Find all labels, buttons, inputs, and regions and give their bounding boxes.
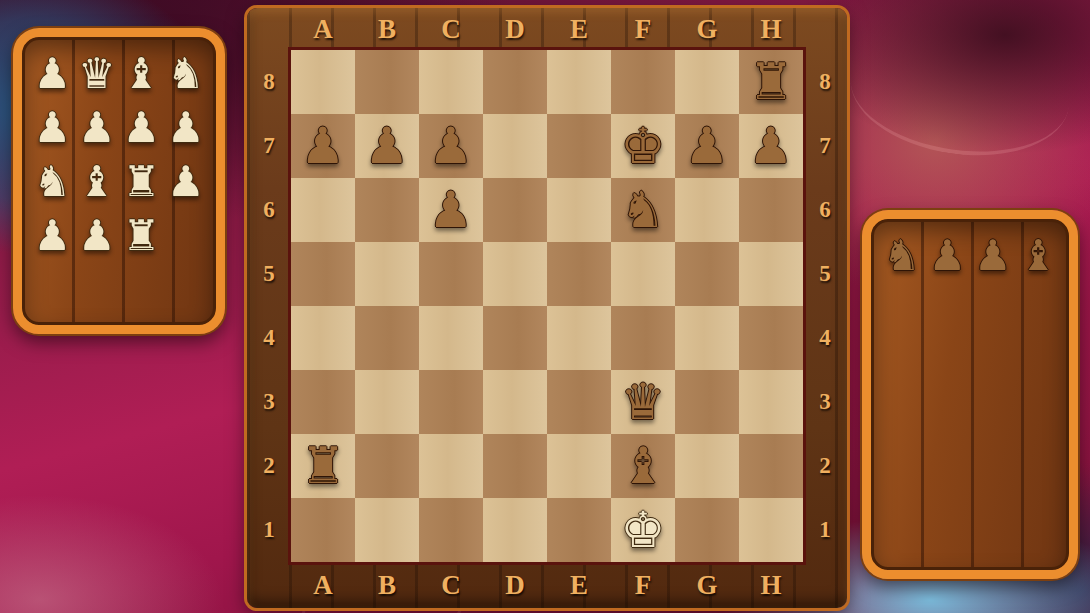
- file-label-a: A: [291, 8, 355, 50]
- black-rook-h8[interactable]: ♜: [749, 57, 794, 107]
- square-h1[interactable]: [739, 498, 803, 562]
- square-h3[interactable]: [739, 370, 803, 434]
- file-label-h: H: [739, 8, 803, 50]
- file-label-f: F: [611, 562, 675, 608]
- square-c3[interactable]: [419, 370, 483, 434]
- captured-white-bishop: ♝: [78, 161, 116, 203]
- captured-cell: ♞: [164, 47, 209, 101]
- captured-cell: ♟: [30, 101, 75, 155]
- square-g8[interactable]: [675, 50, 739, 114]
- black-bishop-f2[interactable]: ♝: [621, 441, 666, 491]
- captured-white-pawn: ♟: [167, 107, 205, 149]
- captured-cell: ♞: [30, 155, 75, 209]
- captured-cell: ♜: [119, 209, 164, 263]
- rank-label-3: 3: [247, 370, 291, 434]
- square-a4[interactable]: [291, 306, 355, 370]
- square-e4[interactable]: [547, 306, 611, 370]
- square-c4[interactable]: [419, 306, 483, 370]
- black-pawn-c6[interactable]: ♟: [429, 185, 474, 235]
- rank-label-3: 3: [803, 370, 847, 434]
- square-e7[interactable]: [547, 114, 611, 178]
- square-h2[interactable]: [739, 434, 803, 498]
- square-c6[interactable]: ♟: [419, 178, 483, 242]
- square-g5[interactable]: [675, 242, 739, 306]
- black-knight-f6[interactable]: ♞: [621, 185, 666, 235]
- square-h7[interactable]: ♟: [739, 114, 803, 178]
- captured-white-pawn: ♟: [78, 215, 116, 257]
- black-pawn-b7[interactable]: ♟: [365, 121, 410, 171]
- captured-white-queen: ♛: [78, 53, 116, 95]
- rank-label-4: 4: [247, 306, 291, 370]
- rank-label-6: 6: [803, 178, 847, 242]
- rank-label-5: 5: [247, 242, 291, 306]
- square-f7[interactable]: ♚: [611, 114, 675, 178]
- square-b1[interactable]: [355, 498, 419, 562]
- square-c1[interactable]: [419, 498, 483, 562]
- rank-label-1: 1: [803, 498, 847, 562]
- rank-label-2: 2: [803, 434, 847, 498]
- black-pawn-a7[interactable]: ♟: [301, 121, 346, 171]
- square-h4[interactable]: [739, 306, 803, 370]
- captured-cell: ♝: [75, 155, 120, 209]
- square-f3[interactable]: ♛: [611, 370, 675, 434]
- file-label-a: A: [291, 562, 355, 608]
- captured-white-pawn: ♟: [33, 53, 71, 95]
- game-screen: ♟♛♝♞♟♟♟♟♞♝♜♟♟♟♜ ABCDEFGH ABCDEFGH 876543…: [0, 0, 1090, 613]
- square-g3[interactable]: [675, 370, 739, 434]
- captured-black-bishop: ♝: [1019, 235, 1057, 277]
- captured-cell: ♟: [119, 101, 164, 155]
- square-a3[interactable]: [291, 370, 355, 434]
- rank-label-1: 1: [247, 498, 291, 562]
- captured-black-pawn: ♟: [974, 235, 1012, 277]
- file-label-h: H: [739, 562, 803, 608]
- square-d8[interactable]: [483, 50, 547, 114]
- square-b3[interactable]: [355, 370, 419, 434]
- square-e2[interactable]: [547, 434, 611, 498]
- rank-label-6: 6: [247, 178, 291, 242]
- square-b6[interactable]: [355, 178, 419, 242]
- captured-black-pawn: ♟: [928, 235, 966, 277]
- square-a8[interactable]: [291, 50, 355, 114]
- captured-white-knight: ♞: [167, 53, 205, 95]
- captured-black-pieces-tray: ♞♟♟♝: [862, 210, 1078, 579]
- captured-cell: ♟: [30, 47, 75, 101]
- square-e1[interactable]: [547, 498, 611, 562]
- rank-label-7: 7: [803, 114, 847, 178]
- captured-cell: ♝: [119, 47, 164, 101]
- captured-white-pawn: ♟: [33, 215, 71, 257]
- file-labels-top: ABCDEFGH: [291, 8, 803, 50]
- square-h5[interactable]: [739, 242, 803, 306]
- square-f1[interactable]: ♚: [611, 498, 675, 562]
- rank-labels-left: 87654321: [247, 50, 291, 562]
- file-label-d: D: [483, 562, 547, 608]
- square-b4[interactable]: [355, 306, 419, 370]
- captured-white-pawn: ♟: [122, 107, 160, 149]
- square-d5[interactable]: [483, 242, 547, 306]
- square-d7[interactable]: [483, 114, 547, 178]
- captured-cell: ♜: [119, 155, 164, 209]
- captured-black-knight: ♞: [883, 235, 921, 277]
- square-c5[interactable]: [419, 242, 483, 306]
- square-g2[interactable]: [675, 434, 739, 498]
- file-label-d: D: [483, 8, 547, 50]
- square-b7[interactable]: ♟: [355, 114, 419, 178]
- black-queen-f3[interactable]: ♛: [621, 377, 666, 427]
- captured-white-rook: ♜: [122, 215, 160, 257]
- rank-label-2: 2: [247, 434, 291, 498]
- captured-cell: ♟: [925, 229, 971, 283]
- black-king-f7[interactable]: ♚: [621, 121, 666, 171]
- square-c8[interactable]: [419, 50, 483, 114]
- file-label-g: G: [675, 562, 739, 608]
- file-label-b: B: [355, 562, 419, 608]
- rank-labels-right: 87654321: [803, 50, 847, 562]
- rank-label-8: 8: [803, 50, 847, 114]
- square-h8[interactable]: ♜: [739, 50, 803, 114]
- board-squares: ♜♟♟♟♚♟♟♟♞♛♜♝♚: [288, 47, 806, 565]
- square-b8[interactable]: [355, 50, 419, 114]
- black-pawn-g7[interactable]: ♟: [685, 121, 730, 171]
- square-d6[interactable]: [483, 178, 547, 242]
- square-d3[interactable]: [483, 370, 547, 434]
- captured-cell: ♛: [75, 47, 120, 101]
- rank-label-4: 4: [803, 306, 847, 370]
- captured-white-pawn: ♟: [78, 107, 116, 149]
- square-f5[interactable]: [611, 242, 675, 306]
- square-f6[interactable]: ♞: [611, 178, 675, 242]
- square-a2[interactable]: ♜: [291, 434, 355, 498]
- rank-label-8: 8: [247, 50, 291, 114]
- captured-white-pawn: ♟: [33, 107, 71, 149]
- captured-cell: ♟: [75, 101, 120, 155]
- captured-black-pieces-grid: ♞♟♟♝: [871, 219, 1069, 283]
- square-a5[interactable]: [291, 242, 355, 306]
- captured-cell: ♟: [970, 229, 1016, 283]
- square-b2[interactable]: [355, 434, 419, 498]
- captured-white-bishop: ♝: [122, 53, 160, 95]
- square-e5[interactable]: [547, 242, 611, 306]
- black-rook-a2[interactable]: ♜: [301, 441, 346, 491]
- white-king-f1[interactable]: ♚: [621, 505, 666, 555]
- file-label-c: C: [419, 8, 483, 50]
- captured-white-pieces-tray: ♟♛♝♞♟♟♟♟♞♝♜♟♟♟♜: [13, 28, 225, 334]
- square-h6[interactable]: [739, 178, 803, 242]
- square-e3[interactable]: [547, 370, 611, 434]
- captured-white-pieces-grid: ♟♛♝♞♟♟♟♟♞♝♜♟♟♟♜: [22, 37, 216, 263]
- chess-board: ABCDEFGH ABCDEFGH 87654321 87654321 ♜♟♟♟…: [247, 8, 847, 608]
- square-d1[interactable]: [483, 498, 547, 562]
- file-label-e: E: [547, 562, 611, 608]
- square-d2[interactable]: [483, 434, 547, 498]
- captured-white-rook: ♜: [122, 161, 160, 203]
- captured-white-knight: ♞: [33, 161, 71, 203]
- square-c7[interactable]: ♟: [419, 114, 483, 178]
- rank-label-7: 7: [247, 114, 291, 178]
- square-d4[interactable]: [483, 306, 547, 370]
- square-g7[interactable]: ♟: [675, 114, 739, 178]
- square-a1[interactable]: [291, 498, 355, 562]
- rank-label-5: 5: [803, 242, 847, 306]
- file-label-c: C: [419, 562, 483, 608]
- square-e6[interactable]: [547, 178, 611, 242]
- captured-cell: ♟: [164, 155, 209, 209]
- black-pawn-h7[interactable]: ♟: [749, 121, 794, 171]
- captured-cell: ♟: [164, 101, 209, 155]
- square-g1[interactable]: [675, 498, 739, 562]
- captured-cell: ♞: [879, 229, 925, 283]
- square-f2[interactable]: ♝: [611, 434, 675, 498]
- captured-white-pawn: ♟: [167, 161, 205, 203]
- square-g4[interactable]: [675, 306, 739, 370]
- captured-cell: ♟: [75, 209, 120, 263]
- black-pawn-c7[interactable]: ♟: [429, 121, 474, 171]
- square-e8[interactable]: [547, 50, 611, 114]
- file-labels-bottom: ABCDEFGH: [291, 562, 803, 608]
- square-b5[interactable]: [355, 242, 419, 306]
- file-label-g: G: [675, 8, 739, 50]
- square-a7[interactable]: ♟: [291, 114, 355, 178]
- square-f4[interactable]: [611, 306, 675, 370]
- square-c2[interactable]: [419, 434, 483, 498]
- square-g6[interactable]: [675, 178, 739, 242]
- square-f8[interactable]: [611, 50, 675, 114]
- captured-cell: ♝: [1016, 229, 1062, 283]
- captured-cell: ♟: [30, 209, 75, 263]
- file-label-e: E: [547, 8, 611, 50]
- file-label-f: F: [611, 8, 675, 50]
- square-a6[interactable]: [291, 178, 355, 242]
- file-label-b: B: [355, 8, 419, 50]
